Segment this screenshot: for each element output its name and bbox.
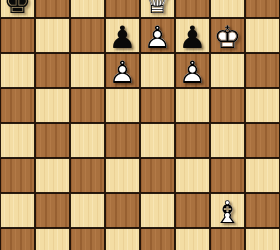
white-pawn-icon: ♙: [140, 21, 175, 53]
square-d1[interactable]: [105, 228, 140, 250]
square-b5[interactable]: [35, 88, 70, 123]
square-f4[interactable]: [175, 123, 210, 158]
square-f3[interactable]: [175, 158, 210, 193]
square-b2[interactable]: [35, 193, 70, 228]
square-h6[interactable]: [245, 53, 280, 88]
piece-black-pawn[interactable]: ♟: [105, 21, 140, 53]
square-b4[interactable]: [35, 123, 70, 158]
piece-white-pawn[interactable]: ♟♙: [140, 21, 175, 53]
square-g3[interactable]: [210, 158, 245, 193]
chess-app-window: ♚♛♕♟♟♙♟♚♔♟♙♟♙♝♗: [0, 0, 280, 250]
square-c6[interactable]: [70, 53, 105, 88]
piece-white-king[interactable]: ♚♔: [210, 21, 245, 53]
square-h7[interactable]: [245, 18, 280, 53]
square-h1[interactable]: [245, 228, 280, 250]
square-e6[interactable]: [140, 53, 175, 88]
square-h5[interactable]: [245, 88, 280, 123]
square-b6[interactable]: [35, 53, 70, 88]
square-c4[interactable]: [70, 123, 105, 158]
chess-board: ♚♛♕♟♟♙♟♚♔♟♙♟♙♝♗: [0, 0, 280, 250]
square-a6[interactable]: [0, 53, 35, 88]
white-bishop-icon: ♗: [210, 196, 245, 228]
square-c2[interactable]: [70, 193, 105, 228]
square-f6[interactable]: ♟♙: [175, 53, 210, 88]
square-f8[interactable]: [175, 0, 210, 18]
square-d4[interactable]: [105, 123, 140, 158]
square-g2[interactable]: ♝♗: [210, 193, 245, 228]
square-e5[interactable]: [140, 88, 175, 123]
white-queen-icon: ♕: [140, 0, 175, 18]
square-b1[interactable]: [35, 228, 70, 250]
square-a1[interactable]: [0, 228, 35, 250]
square-g1[interactable]: [210, 228, 245, 250]
square-c1[interactable]: [70, 228, 105, 250]
square-d6[interactable]: ♟♙: [105, 53, 140, 88]
square-g5[interactable]: [210, 88, 245, 123]
square-d8[interactable]: [105, 0, 140, 18]
square-h8[interactable]: [245, 0, 280, 18]
square-g4[interactable]: [210, 123, 245, 158]
square-d2[interactable]: [105, 193, 140, 228]
piece-black-king[interactable]: ♚: [0, 0, 35, 18]
piece-white-bishop[interactable]: ♝♗: [210, 196, 245, 228]
square-e1[interactable]: [140, 228, 175, 250]
square-g6[interactable]: [210, 53, 245, 88]
piece-white-queen[interactable]: ♛♕: [140, 0, 175, 18]
piece-black-pawn[interactable]: ♟: [175, 21, 210, 53]
square-a2[interactable]: [0, 193, 35, 228]
white-pawn-icon: ♙: [105, 56, 140, 88]
square-g7[interactable]: ♚♔: [210, 18, 245, 53]
square-c3[interactable]: [70, 158, 105, 193]
square-a5[interactable]: [0, 88, 35, 123]
square-e8[interactable]: ♛♕: [140, 0, 175, 18]
square-a3[interactable]: [0, 158, 35, 193]
piece-white-pawn[interactable]: ♟♙: [175, 56, 210, 88]
white-pawn-icon: ♙: [175, 56, 210, 88]
black-king-icon: ♚: [0, 0, 35, 18]
square-f5[interactable]: [175, 88, 210, 123]
square-g8[interactable]: [210, 0, 245, 18]
square-f2[interactable]: [175, 193, 210, 228]
square-c5[interactable]: [70, 88, 105, 123]
square-h2[interactable]: [245, 193, 280, 228]
square-f1[interactable]: [175, 228, 210, 250]
square-e3[interactable]: [140, 158, 175, 193]
square-c8[interactable]: [70, 0, 105, 18]
square-d7[interactable]: ♟: [105, 18, 140, 53]
square-d5[interactable]: [105, 88, 140, 123]
square-e7[interactable]: ♟♙: [140, 18, 175, 53]
white-king-icon: ♔: [210, 21, 245, 53]
square-a7[interactable]: [0, 18, 35, 53]
square-f7[interactable]: ♟: [175, 18, 210, 53]
black-pawn-icon: ♟: [105, 21, 140, 53]
square-b3[interactable]: [35, 158, 70, 193]
square-b8[interactable]: [35, 0, 70, 18]
square-d3[interactable]: [105, 158, 140, 193]
square-e2[interactable]: [140, 193, 175, 228]
piece-white-pawn[interactable]: ♟♙: [105, 56, 140, 88]
square-e4[interactable]: [140, 123, 175, 158]
square-a8[interactable]: ♚: [0, 0, 35, 18]
square-a4[interactable]: [0, 123, 35, 158]
black-pawn-icon: ♟: [175, 21, 210, 53]
square-b7[interactable]: [35, 18, 70, 53]
square-c7[interactable]: [70, 18, 105, 53]
square-h3[interactable]: [245, 158, 280, 193]
square-h4[interactable]: [245, 123, 280, 158]
